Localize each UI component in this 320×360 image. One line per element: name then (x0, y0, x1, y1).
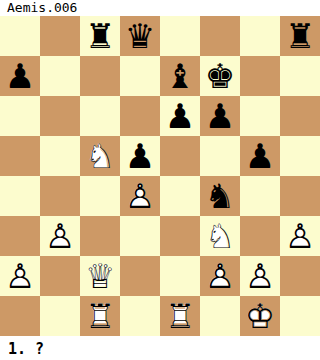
square-a3[interactable] (0, 216, 40, 256)
square-g8[interactable] (240, 16, 280, 56)
square-c8[interactable]: ♜ (80, 16, 120, 56)
white-knight: ♘ (200, 216, 240, 256)
square-f3[interactable]: ♞♘ (200, 216, 240, 256)
square-g6[interactable] (240, 96, 280, 136)
white-pawn: ♙ (240, 256, 280, 296)
white-pawn: ♙ (280, 216, 320, 256)
black-queen: ♛ (120, 16, 160, 56)
square-h8[interactable]: ♜ (280, 16, 320, 56)
square-e3[interactable] (160, 216, 200, 256)
white-rook: ♖ (80, 296, 120, 336)
square-d5[interactable]: ♟ (120, 136, 160, 176)
black-pawn: ♟ (160, 96, 200, 136)
square-b5[interactable] (40, 136, 80, 176)
square-d6[interactable] (120, 96, 160, 136)
square-d2[interactable] (120, 256, 160, 296)
square-e4[interactable] (160, 176, 200, 216)
square-d4[interactable]: ♟♙ (120, 176, 160, 216)
square-f4[interactable]: ♞ (200, 176, 240, 216)
square-c6[interactable] (80, 96, 120, 136)
square-e2[interactable] (160, 256, 200, 296)
black-rook: ♜ (80, 16, 120, 56)
square-g1[interactable]: ♚♔ (240, 296, 280, 336)
square-c5[interactable]: ♞♘ (80, 136, 120, 176)
square-h5[interactable] (280, 136, 320, 176)
square-e1[interactable]: ♜♖ (160, 296, 200, 336)
square-f8[interactable] (200, 16, 240, 56)
square-e8[interactable] (160, 16, 200, 56)
black-bishop: ♝ (160, 56, 200, 96)
square-h4[interactable] (280, 176, 320, 216)
square-h7[interactable] (280, 56, 320, 96)
square-a6[interactable] (0, 96, 40, 136)
square-g7[interactable] (240, 56, 280, 96)
square-c4[interactable] (80, 176, 120, 216)
black-pawn: ♟ (200, 96, 240, 136)
black-king: ♚ (200, 56, 240, 96)
square-f6[interactable]: ♟ (200, 96, 240, 136)
square-b1[interactable] (40, 296, 80, 336)
white-rook: ♖ (160, 296, 200, 336)
square-c3[interactable] (80, 216, 120, 256)
square-a2[interactable]: ♟♙ (0, 256, 40, 296)
white-queen: ♕ (80, 256, 120, 296)
square-b2[interactable] (40, 256, 80, 296)
square-b8[interactable] (40, 16, 80, 56)
white-pawn: ♙ (0, 256, 40, 296)
puzzle-title: Aemis.006 (0, 0, 320, 16)
square-h3[interactable]: ♟♙ (280, 216, 320, 256)
white-king: ♔ (240, 296, 280, 336)
square-g3[interactable] (240, 216, 280, 256)
square-c2[interactable]: ♛♕ (80, 256, 120, 296)
square-c1[interactable]: ♜♖ (80, 296, 120, 336)
square-a7[interactable]: ♟ (0, 56, 40, 96)
square-h2[interactable] (280, 256, 320, 296)
square-d1[interactable] (120, 296, 160, 336)
square-e7[interactable]: ♝ (160, 56, 200, 96)
square-a1[interactable] (0, 296, 40, 336)
black-rook: ♜ (280, 16, 320, 56)
black-knight: ♞ (200, 176, 240, 216)
square-b3[interactable]: ♟♙ (40, 216, 80, 256)
square-d3[interactable] (120, 216, 160, 256)
square-a5[interactable] (0, 136, 40, 176)
white-pawn: ♙ (200, 256, 240, 296)
square-a4[interactable] (0, 176, 40, 216)
square-d8[interactable]: ♛ (120, 16, 160, 56)
square-c7[interactable] (80, 56, 120, 96)
square-h1[interactable] (280, 296, 320, 336)
square-b7[interactable] (40, 56, 80, 96)
chess-board: ♜♛♜♟♝♚♟♟♞♘♟♟♟♙♞♟♙♞♘♟♙♟♙♛♕♟♙♟♙♜♖♜♖♚♔ (0, 16, 320, 336)
square-f1[interactable] (200, 296, 240, 336)
square-g5[interactable]: ♟ (240, 136, 280, 176)
square-h6[interactable] (280, 96, 320, 136)
square-e6[interactable]: ♟ (160, 96, 200, 136)
square-b4[interactable] (40, 176, 80, 216)
white-knight: ♘ (80, 136, 120, 176)
square-g2[interactable]: ♟♙ (240, 256, 280, 296)
square-e5[interactable] (160, 136, 200, 176)
black-pawn: ♟ (240, 136, 280, 176)
move-prompt: 1. ? (0, 336, 320, 360)
white-pawn: ♙ (120, 176, 160, 216)
square-d7[interactable] (120, 56, 160, 96)
square-f5[interactable] (200, 136, 240, 176)
white-pawn: ♙ (40, 216, 80, 256)
square-b6[interactable] (40, 96, 80, 136)
square-f2[interactable]: ♟♙ (200, 256, 240, 296)
square-g4[interactable] (240, 176, 280, 216)
black-pawn: ♟ (120, 136, 160, 176)
black-pawn: ♟ (0, 56, 40, 96)
square-a8[interactable] (0, 16, 40, 56)
square-f7[interactable]: ♚ (200, 56, 240, 96)
